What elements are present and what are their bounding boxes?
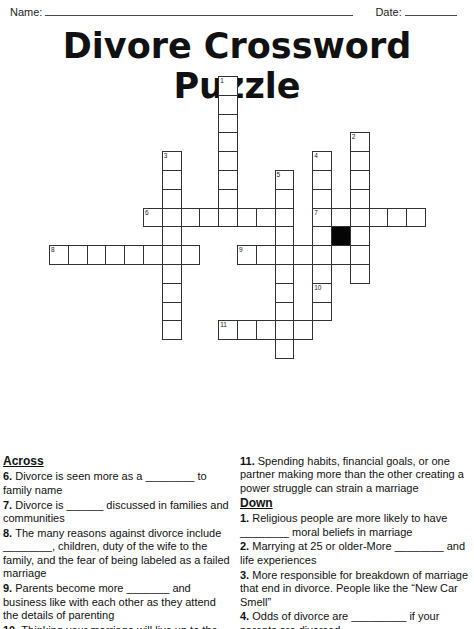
clue-down-1: 1. Religious people are more likely to h… xyxy=(240,512,471,539)
grid-cell-r13-c6[interactable] xyxy=(162,320,182,340)
grid-cell-r9-c15[interactable] xyxy=(331,245,351,265)
grid-cell-r4-c6[interactable]: 3 xyxy=(162,151,182,171)
grid-cell-r10-c16[interactable] xyxy=(350,264,370,284)
cell-number-1: 1 xyxy=(220,77,224,84)
grid-cell-r6-c14[interactable] xyxy=(312,189,332,209)
across-clues: 6. Divorce is seen more as a ________ to… xyxy=(3,470,234,629)
clues-left-column: Across 6. Divorce is seen more as a ____… xyxy=(3,455,234,629)
cell-number-2: 2 xyxy=(352,133,356,140)
clue-down-3: 3. More responsible for breakdown of mar… xyxy=(240,569,471,609)
across-header: Across xyxy=(3,455,234,468)
grid-cell-r12-c6[interactable] xyxy=(162,302,182,322)
clues-right-column: 11. Spending habits, financial goals, or… xyxy=(240,455,471,629)
grid-cell-r10-c12[interactable] xyxy=(275,264,295,284)
grid-cell-r9-c7[interactable] xyxy=(181,245,201,265)
grid-cell-r8-c14[interactable] xyxy=(312,226,332,246)
grid-cell-r13-c11[interactable] xyxy=(256,320,276,340)
grid-cell-r8-c12[interactable] xyxy=(275,226,295,246)
clue-across-9: 9. Parents become more _______ and busin… xyxy=(3,582,234,622)
down-clues: 1. Religious people are more likely to h… xyxy=(240,512,471,629)
grid-cell-r9-c10[interactable]: 9 xyxy=(237,245,257,265)
grid-cell-r12-c14[interactable] xyxy=(312,302,332,322)
grid-cell-r9-c4[interactable] xyxy=(124,245,144,265)
grid-cell-r9-c11[interactable] xyxy=(256,245,276,265)
grid-cell-r6-c9[interactable] xyxy=(218,189,238,209)
black-cell-r8-c15 xyxy=(331,226,351,246)
cell-number-5: 5 xyxy=(277,171,281,178)
grid-cell-r2-c9[interactable] xyxy=(218,114,238,134)
grid-cell-r7-c18[interactable] xyxy=(387,208,407,228)
clue-down-4: 4. Odds of divorce are _________ if your… xyxy=(240,610,471,629)
clue-across-6: 6. Divorce is seen more as a ________ to… xyxy=(3,470,234,497)
clue-across-7: 7. Divorce is ______ discussed in famili… xyxy=(3,499,234,526)
grid-cell-r11-c12[interactable] xyxy=(275,283,295,303)
grid-cell-r5-c14[interactable] xyxy=(312,170,332,190)
grid-cell-r7-c17[interactable] xyxy=(369,208,389,228)
grid-cell-r9-c3[interactable] xyxy=(105,245,125,265)
crossword-board: 1234756891011 xyxy=(0,0,474,455)
grid-cell-r3-c9[interactable] xyxy=(218,132,238,152)
grid-cell-r9-c1[interactable] xyxy=(68,245,88,265)
grid-cell-r7-c14[interactable]: 7 xyxy=(312,208,332,228)
cell-number-6: 6 xyxy=(145,209,149,216)
clue-across-8: 8. The many reasons against divorce incl… xyxy=(3,527,234,581)
grid-cell-r6-c16[interactable] xyxy=(350,189,370,209)
grid-cell-r7-c16[interactable] xyxy=(350,208,370,228)
grid-cell-r9-c16[interactable] xyxy=(350,245,370,265)
grid-cell-r6-c6[interactable] xyxy=(162,189,182,209)
grid-cell-r4-c14[interactable]: 4 xyxy=(312,151,332,171)
cell-number-11: 11 xyxy=(220,321,227,328)
grid-cell-r8-c16[interactable] xyxy=(350,226,370,246)
cell-number-3: 3 xyxy=(164,152,168,159)
grid-cell-r7-c15[interactable] xyxy=(331,208,351,228)
grid-cell-r7-c11[interactable] xyxy=(256,208,276,228)
clue-across-11: 11. Spending habits, financial goals, or… xyxy=(240,455,471,495)
across-clues-continued: 11. Spending habits, financial goals, or… xyxy=(240,455,471,495)
grid-cell-r9-c6[interactable] xyxy=(162,245,182,265)
grid-cell-r8-c6[interactable] xyxy=(162,226,182,246)
grid-cell-r4-c16[interactable] xyxy=(350,151,370,171)
grid-cell-r1-c9[interactable] xyxy=(218,95,238,115)
clue-across-10: 10. Thinking your marriage will live up … xyxy=(3,624,234,629)
cell-number-10: 10 xyxy=(314,284,321,291)
cell-number-4: 4 xyxy=(314,152,318,159)
grid-cell-r7-c12[interactable] xyxy=(275,208,295,228)
grid-cell-r9-c5[interactable] xyxy=(143,245,163,265)
grid-cell-r9-c13[interactable] xyxy=(293,245,313,265)
grid-cell-r7-c8[interactable] xyxy=(199,208,219,228)
grid-cell-r0-c9[interactable]: 1 xyxy=(218,76,238,96)
grid-cell-r10-c14[interactable] xyxy=(312,264,332,284)
grid-cell-r5-c6[interactable] xyxy=(162,170,182,190)
grid-cell-r13-c10[interactable] xyxy=(237,320,257,340)
clue-down-2: 2. Marrying at 25 or older-More ________… xyxy=(240,540,471,567)
grid-cell-r5-c9[interactable] xyxy=(218,170,238,190)
grid-cell-r5-c12[interactable]: 5 xyxy=(275,170,295,190)
grid-cell-r7-c10[interactable] xyxy=(237,208,257,228)
cell-number-7: 7 xyxy=(314,209,318,216)
grid-cell-r9-c0[interactable]: 8 xyxy=(49,245,69,265)
grid-cell-r9-c14[interactable] xyxy=(312,245,332,265)
grid-cell-r9-c12[interactable] xyxy=(275,245,295,265)
grid-cell-r11-c14[interactable]: 10 xyxy=(312,283,332,303)
grid-cell-r13-c12[interactable] xyxy=(275,320,295,340)
grid-cell-r3-c16[interactable]: 2 xyxy=(350,132,370,152)
grid-cell-r13-c13[interactable] xyxy=(293,320,313,340)
grid-cell-r4-c9[interactable] xyxy=(218,151,238,171)
grid-cell-r7-c19[interactable] xyxy=(406,208,426,228)
cell-number-8: 8 xyxy=(51,246,55,253)
grid-cell-r14-c12[interactable] xyxy=(275,339,295,359)
grid-cell-r12-c12[interactable] xyxy=(275,302,295,322)
grid-cell-r13-c9[interactable]: 11 xyxy=(218,320,238,340)
grid-cell-r10-c6[interactable] xyxy=(162,264,182,284)
grid-cell-r9-c2[interactable] xyxy=(87,245,107,265)
grid-cell-r7-c6[interactable] xyxy=(162,208,182,228)
cell-number-9: 9 xyxy=(239,246,243,253)
grid-cell-r11-c6[interactable] xyxy=(162,283,182,303)
down-header: Down xyxy=(240,497,471,510)
grid-cell-r7-c7[interactable] xyxy=(181,208,201,228)
grid-cell-r7-c5[interactable]: 6 xyxy=(143,208,163,228)
grid-cell-r6-c12[interactable] xyxy=(275,189,295,209)
grid-cell-r5-c16[interactable] xyxy=(350,170,370,190)
grid-cell-r7-c9[interactable] xyxy=(218,208,238,228)
